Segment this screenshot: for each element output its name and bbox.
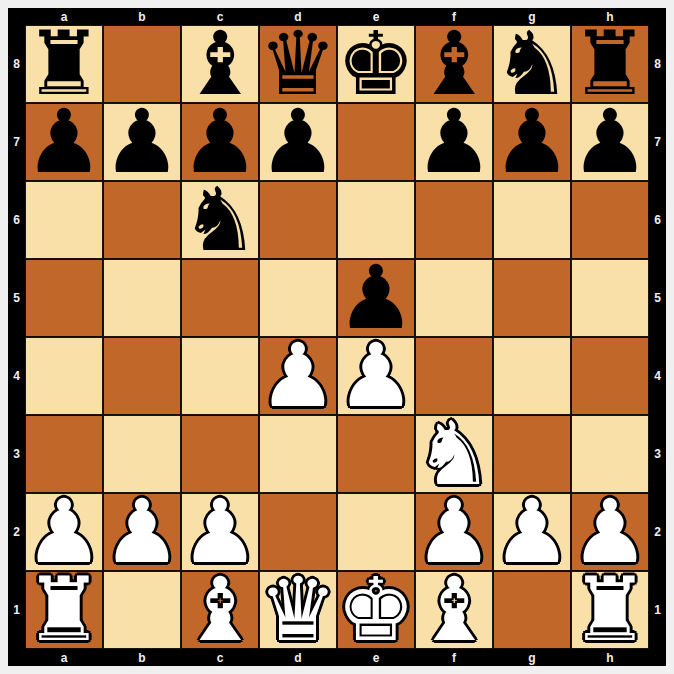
rank-labels-right: 87654321: [649, 25, 666, 649]
file-label-f: f: [415, 649, 493, 666]
rank-label-5: 5: [649, 259, 666, 337]
square-h2[interactable]: ♟: [571, 493, 649, 571]
piece-white-pawn[interactable]: ♟: [103, 488, 182, 576]
square-b4[interactable]: [103, 337, 181, 415]
file-label-a: a: [25, 649, 103, 666]
frame-corner-top-right: [649, 8, 666, 25]
frame-corner-bottom-left: [8, 649, 25, 666]
piece-white-pawn[interactable]: ♟: [25, 488, 104, 576]
square-h4[interactable]: [571, 337, 649, 415]
piece-white-pawn[interactable]: ♟: [181, 488, 260, 576]
piece-white-rook[interactable]: ♜: [25, 566, 104, 654]
chess-board: ♜♝♛♚♝♞♜♟♟♟♟♟♟♟♞♟♟♟♞♟♟♟♟♟♟♜♝♛♚♝♜: [25, 25, 649, 649]
square-a4[interactable]: [25, 337, 103, 415]
rank-label-7: 7: [649, 103, 666, 181]
rank-label-5: 5: [8, 259, 25, 337]
board-frame: abcdefgh 87654321 ♜♝♛♚♝♞♜♟♟♟♟♟♟♟♞♟♟♟♞♟♟♟…: [8, 8, 666, 666]
square-g3[interactable]: [493, 415, 571, 493]
file-label-b: b: [103, 649, 181, 666]
square-h8[interactable]: ♜: [571, 25, 649, 103]
square-h3[interactable]: [571, 415, 649, 493]
rank-label-8: 8: [649, 25, 666, 103]
square-b5[interactable]: [103, 259, 181, 337]
piece-white-bishop[interactable]: ♝: [181, 566, 260, 654]
square-a3[interactable]: [25, 415, 103, 493]
square-a6[interactable]: [25, 181, 103, 259]
piece-black-pawn[interactable]: ♟: [337, 254, 416, 342]
rank-label-4: 4: [649, 337, 666, 415]
square-a2[interactable]: ♟: [25, 493, 103, 571]
file-label-h: h: [571, 649, 649, 666]
square-e2[interactable]: [337, 493, 415, 571]
square-d1[interactable]: ♛: [259, 571, 337, 649]
square-c4[interactable]: [181, 337, 259, 415]
file-label-f: f: [415, 8, 493, 25]
piece-black-pawn[interactable]: ♟: [103, 98, 182, 186]
rank-labels-left: 87654321: [8, 25, 25, 649]
file-label-g: g: [493, 8, 571, 25]
piece-black-pawn[interactable]: ♟: [25, 98, 104, 186]
piece-black-pawn[interactable]: ♟: [571, 98, 650, 186]
piece-black-queen[interactable]: ♛: [259, 20, 338, 108]
square-d6[interactable]: [259, 181, 337, 259]
square-h7[interactable]: ♟: [571, 103, 649, 181]
piece-black-bishop[interactable]: ♝: [181, 20, 260, 108]
square-f7[interactable]: ♟: [415, 103, 493, 181]
square-d3[interactable]: [259, 415, 337, 493]
square-f6[interactable]: [415, 181, 493, 259]
square-e1[interactable]: ♚: [337, 571, 415, 649]
square-c6[interactable]: ♞: [181, 181, 259, 259]
square-h6[interactable]: [571, 181, 649, 259]
square-c1[interactable]: ♝: [181, 571, 259, 649]
file-label-c: c: [181, 8, 259, 25]
rank-label-1: 1: [649, 571, 666, 649]
square-b8[interactable]: [103, 25, 181, 103]
piece-white-pawn[interactable]: ♟: [493, 488, 572, 576]
piece-black-bishop[interactable]: ♝: [415, 20, 494, 108]
piece-white-bishop[interactable]: ♝: [415, 566, 494, 654]
square-c7[interactable]: ♟: [181, 103, 259, 181]
piece-white-knight[interactable]: ♞: [415, 410, 494, 498]
piece-black-rook[interactable]: ♜: [571, 20, 650, 108]
square-a7[interactable]: ♟: [25, 103, 103, 181]
rank-label-2: 2: [8, 493, 25, 571]
file-label-d: d: [259, 649, 337, 666]
piece-white-rook[interactable]: ♜: [571, 566, 650, 654]
square-c8[interactable]: ♝: [181, 25, 259, 103]
square-g4[interactable]: [493, 337, 571, 415]
square-b2[interactable]: ♟: [103, 493, 181, 571]
square-g6[interactable]: [493, 181, 571, 259]
square-f2[interactable]: ♟: [415, 493, 493, 571]
square-b1[interactable]: [103, 571, 181, 649]
rank-label-4: 4: [8, 337, 25, 415]
piece-white-king[interactable]: ♚: [337, 566, 416, 654]
piece-black-king[interactable]: ♚: [337, 20, 416, 108]
square-d2[interactable]: [259, 493, 337, 571]
rank-label-3: 3: [8, 415, 25, 493]
square-b6[interactable]: [103, 181, 181, 259]
rank-label-8: 8: [8, 25, 25, 103]
square-c5[interactable]: [181, 259, 259, 337]
piece-black-pawn[interactable]: ♟: [415, 98, 494, 186]
piece-black-pawn[interactable]: ♟: [259, 98, 338, 186]
piece-black-knight[interactable]: ♞: [493, 20, 572, 108]
file-label-d: d: [259, 8, 337, 25]
square-e7[interactable]: [337, 103, 415, 181]
piece-black-knight[interactable]: ♞: [181, 176, 260, 264]
square-h5[interactable]: [571, 259, 649, 337]
square-e5[interactable]: ♟: [337, 259, 415, 337]
square-a8[interactable]: ♜: [25, 25, 103, 103]
piece-black-pawn[interactable]: ♟: [181, 98, 260, 186]
frame-corner-top-left: [8, 8, 25, 25]
file-label-e: e: [337, 8, 415, 25]
frame-corner-bottom-right: [649, 649, 666, 666]
rank-label-7: 7: [8, 103, 25, 181]
file-label-a: a: [25, 8, 103, 25]
square-b7[interactable]: ♟: [103, 103, 181, 181]
square-g5[interactable]: [493, 259, 571, 337]
square-b3[interactable]: [103, 415, 181, 493]
piece-white-queen[interactable]: ♛: [259, 566, 338, 654]
rank-label-6: 6: [8, 181, 25, 259]
square-c3[interactable]: [181, 415, 259, 493]
piece-white-pawn[interactable]: ♟: [337, 332, 416, 420]
file-label-h: h: [571, 8, 649, 25]
file-label-g: g: [493, 649, 571, 666]
rank-label-6: 6: [649, 181, 666, 259]
square-f5[interactable]: [415, 259, 493, 337]
piece-white-pawn[interactable]: ♟: [571, 488, 650, 576]
square-f1[interactable]: ♝: [415, 571, 493, 649]
square-f3[interactable]: ♞: [415, 415, 493, 493]
rank-label-2: 2: [649, 493, 666, 571]
square-e8[interactable]: ♚: [337, 25, 415, 103]
square-a1[interactable]: ♜: [25, 571, 103, 649]
piece-black-pawn[interactable]: ♟: [493, 98, 572, 186]
square-f4[interactable]: [415, 337, 493, 415]
square-g7[interactable]: ♟: [493, 103, 571, 181]
square-e4[interactable]: ♟: [337, 337, 415, 415]
square-d4[interactable]: ♟: [259, 337, 337, 415]
piece-white-pawn[interactable]: ♟: [415, 488, 494, 576]
file-labels-top: abcdefgh: [25, 8, 649, 25]
piece-white-pawn[interactable]: ♟: [259, 332, 338, 420]
square-g1[interactable]: [493, 571, 571, 649]
square-g2[interactable]: ♟: [493, 493, 571, 571]
square-e6[interactable]: [337, 181, 415, 259]
file-label-b: b: [103, 8, 181, 25]
file-labels-bottom: abcdefgh: [25, 649, 649, 666]
square-g8[interactable]: ♞: [493, 25, 571, 103]
piece-black-rook[interactable]: ♜: [25, 20, 104, 108]
square-e3[interactable]: [337, 415, 415, 493]
square-d8[interactable]: ♛: [259, 25, 337, 103]
square-d7[interactable]: ♟: [259, 103, 337, 181]
square-f8[interactable]: ♝: [415, 25, 493, 103]
rank-label-1: 1: [8, 571, 25, 649]
square-c2[interactable]: ♟: [181, 493, 259, 571]
square-d5[interactable]: [259, 259, 337, 337]
rank-label-3: 3: [649, 415, 666, 493]
square-h1[interactable]: ♜: [571, 571, 649, 649]
file-label-c: c: [181, 649, 259, 666]
square-a5[interactable]: [25, 259, 103, 337]
file-label-e: e: [337, 649, 415, 666]
